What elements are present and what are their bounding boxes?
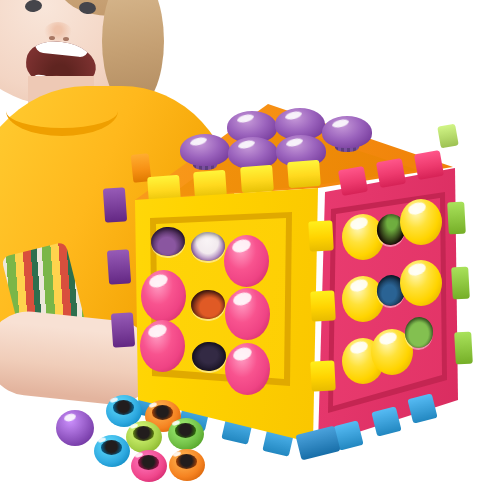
- loose-peg-opening: [101, 440, 122, 455]
- loose-peg-cup: [168, 418, 204, 450]
- product-photo: [0, 0, 500, 500]
- loose-peg-dome: [56, 410, 94, 446]
- loose-peg-opening: [175, 423, 196, 438]
- loose-peg-opening: [176, 454, 197, 469]
- loose-peg-cup: [94, 435, 130, 467]
- gloss-highlight: [63, 413, 77, 423]
- loose-peg-cup: [126, 421, 162, 453]
- loose-peg-opening: [138, 455, 159, 470]
- loose-peg-opening: [133, 426, 154, 441]
- loose-pegs-layer: [0, 0, 500, 500]
- loose-peg-opening: [152, 405, 173, 420]
- loose-peg-cup: [169, 449, 205, 481]
- loose-peg-opening: [113, 400, 134, 415]
- loose-peg-cup: [131, 450, 167, 482]
